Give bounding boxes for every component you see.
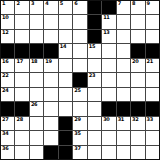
cell-r10c6[interactable]: 35 [73,131,86,144]
cell-r9c10[interactable]: 32 [131,117,144,130]
cell-r5c7[interactable] [88,59,101,72]
black-cell-r10c5 [59,131,72,144]
cell-r3c4[interactable] [44,30,57,43]
cell-r5c6[interactable] [73,59,86,72]
cell-r9c7[interactable] [88,117,101,130]
cell-r2c11[interactable] [146,15,159,28]
cell-r10c4[interactable] [44,131,57,144]
black-cell-r4c3 [30,44,43,57]
black-cell-r1c7 [88,1,101,14]
cell-r9c11[interactable]: 33 [146,117,159,130]
clue-number-2: 2 [16,1,19,6]
cell-r5c2[interactable]: 17 [15,59,28,72]
cell-r9c8[interactable]: 30 [102,117,115,130]
cell-r9c9[interactable]: 31 [117,117,130,130]
black-cell-r4c2 [15,44,28,57]
cell-r11c11[interactable] [146,146,159,159]
clue-number-11: 11 [103,15,109,20]
black-cell-r8c1 [1,102,14,115]
cell-r4c6[interactable] [73,44,86,57]
cell-r10c3[interactable] [30,131,43,144]
cell-r9c2[interactable]: 28 [15,117,28,130]
clue-number-37: 37 [74,146,80,151]
black-cell-r6c6 [73,73,86,86]
cell-r7c3[interactable] [30,88,43,101]
cell-r2c5[interactable] [59,15,72,28]
cell-r6c1[interactable]: 22 [1,73,14,86]
clue-number-26: 26 [31,102,37,107]
cell-r7c4[interactable] [44,88,57,101]
clue-number-31: 31 [118,117,124,122]
cell-r11c3[interactable] [30,146,43,159]
clue-number-28: 28 [16,117,22,122]
cell-r7c7[interactable] [88,88,101,101]
cell-r11c2[interactable] [15,146,28,159]
cell-r5c10[interactable]: 20 [131,59,144,72]
black-cell-r3c7 [88,30,101,43]
clue-number-19: 19 [45,59,51,64]
black-cell-r8c8 [102,102,115,115]
cell-r11c7[interactable] [88,146,101,159]
black-cell-r4c1 [1,44,14,57]
cell-r11c8[interactable] [102,146,115,159]
cell-r1c6[interactable]: 6 [73,1,86,14]
cell-r2c1[interactable]: 10 [1,15,14,28]
cell-r9c4[interactable] [44,117,57,130]
cell-r3c1[interactable]: 12 [1,30,14,43]
cell-r6c11[interactable] [146,73,159,86]
cell-r9c6[interactable]: 29 [73,117,86,130]
cell-r2c9[interactable] [117,15,130,28]
cell-r4c9[interactable] [117,44,130,57]
cell-r2c3[interactable] [30,15,43,28]
cell-r3c10[interactable] [131,30,144,43]
cell-r9c1[interactable]: 27 [1,117,14,130]
cell-r10c7[interactable] [88,131,101,144]
clue-number-5: 5 [60,1,63,6]
cell-r7c10[interactable] [131,88,144,101]
cell-r5c8[interactable] [102,59,115,72]
cell-r4c8[interactable] [102,44,115,57]
cell-r4c7[interactable]: 15 [88,44,101,57]
cell-r10c11[interactable] [146,131,159,144]
cell-r6c5[interactable] [59,73,72,86]
cell-r2c10[interactable] [131,15,144,28]
clue-number-15: 15 [89,44,95,49]
black-cell-r8c11 [146,102,159,115]
cell-r10c2[interactable] [15,131,28,144]
cell-r9c3[interactable] [30,117,43,130]
black-cell-r11c5 [59,146,72,159]
cell-r11c6[interactable]: 37 [73,146,86,159]
clue-number-33: 33 [147,117,153,122]
clue-number-22: 22 [2,73,8,78]
clue-number-32: 32 [132,117,138,122]
cell-r6c9[interactable] [117,73,130,86]
clue-number-3: 3 [31,1,34,6]
cell-r10c9[interactable] [117,131,130,144]
cell-r2c2[interactable] [15,15,28,28]
cell-r10c10[interactable] [131,131,144,144]
cell-r3c2[interactable] [15,30,28,43]
clue-number-9: 9 [147,1,150,6]
cell-r3c3[interactable] [30,30,43,43]
clue-number-18: 18 [31,59,37,64]
cell-r1c3[interactable]: 3 [30,1,43,14]
cell-r6c7[interactable]: 23 [88,73,101,86]
clue-number-7: 7 [118,1,121,6]
cell-r5c3[interactable]: 18 [30,59,43,72]
cell-r1c1[interactable]: 1 [1,1,14,14]
cell-r3c11[interactable] [146,30,159,43]
cell-r8c3[interactable]: 26 [30,102,43,115]
cell-r7c1[interactable]: 24 [1,88,14,101]
cell-r1c5[interactable]: 5 [59,1,72,14]
cell-r6c8[interactable] [102,73,115,86]
cell-r11c9[interactable] [117,146,130,159]
black-cell-r4c4 [44,44,57,57]
cell-r6c4[interactable] [44,73,57,86]
cell-r5c11[interactable]: 21 [146,59,159,72]
cell-r3c9[interactable] [117,30,130,43]
black-cell-r11c4 [44,146,57,159]
cell-r8c7[interactable] [88,102,101,115]
clue-number-17: 17 [16,59,22,64]
cell-r11c10[interactable] [131,146,144,159]
cell-r1c4[interactable]: 4 [44,1,57,14]
cell-r5c4[interactable]: 19 [44,59,57,72]
black-cell-r8c9 [117,102,130,115]
black-cell-r1c8 [102,1,115,14]
black-cell-r9c5 [59,117,72,130]
cell-r6c10[interactable] [131,73,144,86]
cell-r7c8[interactable] [102,88,115,101]
clue-number-1: 1 [2,1,5,6]
clue-number-8: 8 [132,1,135,6]
black-cell-r8c2 [15,102,28,115]
cell-r8c5[interactable] [59,102,72,115]
black-cell-r8c10 [131,102,144,115]
clue-number-35: 35 [74,131,80,136]
clue-number-12: 12 [2,30,8,35]
cell-r6c3[interactable] [30,73,43,86]
cell-r5c5[interactable] [59,59,72,72]
cell-r11c1[interactable]: 36 [1,146,14,159]
cell-r3c8[interactable]: 13 [102,30,115,43]
crossword-grid: 1234567891011121314151617181920212223242… [0,0,160,160]
black-cell-r2c7 [88,15,101,28]
cell-r7c11[interactable] [146,88,159,101]
clue-number-27: 27 [2,117,8,122]
cell-r6c2[interactable] [15,73,28,86]
cell-r10c8[interactable] [102,131,115,144]
cell-r4c5[interactable]: 14 [59,44,72,57]
clue-number-34: 34 [2,131,8,136]
cell-r5c9[interactable] [117,59,130,72]
cell-r1c11[interactable]: 9 [146,1,159,14]
clue-number-13: 13 [103,30,109,35]
black-cell-r4c11 [146,44,159,57]
cell-r1c2[interactable]: 2 [15,1,28,14]
clue-number-20: 20 [132,59,138,64]
cell-r1c9[interactable]: 7 [117,1,130,14]
cell-r7c6[interactable]: 25 [73,88,86,101]
cell-r5c1[interactable]: 16 [1,59,14,72]
cell-r7c2[interactable] [15,88,28,101]
clue-number-16: 16 [2,59,8,64]
cell-r7c9[interactable] [117,88,130,101]
clue-number-21: 21 [147,59,153,64]
clue-number-25: 25 [74,88,80,93]
clue-number-30: 30 [103,117,109,122]
cell-r8c6[interactable] [73,102,86,115]
cell-r2c6[interactable] [73,15,86,28]
cell-r7c5[interactable] [59,88,72,101]
cell-r3c5[interactable] [59,30,72,43]
cell-r1c10[interactable]: 8 [131,1,144,14]
clue-number-36: 36 [2,146,8,151]
cell-r2c4[interactable] [44,15,57,28]
clue-number-10: 10 [2,15,8,20]
cell-r3c6[interactable] [73,30,86,43]
clue-number-14: 14 [60,44,66,49]
black-cell-r4c10 [131,44,144,57]
clue-number-23: 23 [89,73,95,78]
clue-number-29: 29 [74,117,80,122]
clue-number-24: 24 [2,88,8,93]
cell-r2c8[interactable]: 11 [102,15,115,28]
cell-r10c1[interactable]: 34 [1,131,14,144]
clue-number-4: 4 [45,1,48,6]
clue-number-6: 6 [74,1,77,6]
cell-r8c4[interactable] [44,102,57,115]
